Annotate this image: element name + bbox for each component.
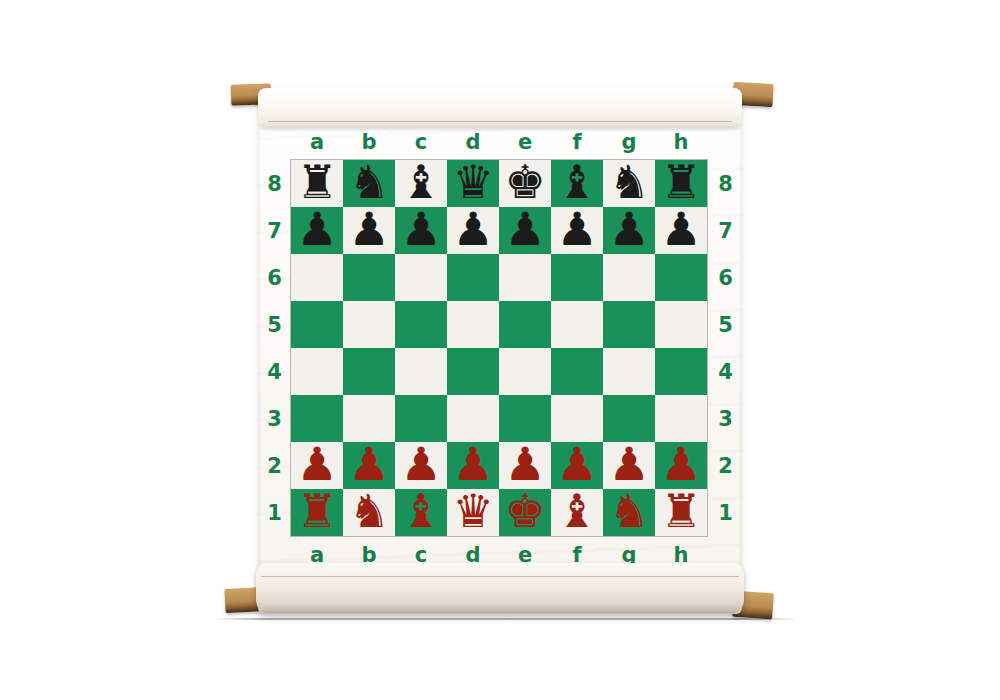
square-e1[interactable]: ♚ xyxy=(499,489,551,536)
banner-top-roll xyxy=(258,88,742,128)
square-d3[interactable] xyxy=(447,395,499,442)
square-h4[interactable] xyxy=(655,348,707,395)
rank-label-1: 1 xyxy=(712,489,739,536)
black-knight-b8[interactable]: ♞ xyxy=(348,159,389,205)
rank-label-3: 3 xyxy=(261,395,288,442)
file-label-h: h xyxy=(655,128,707,155)
file-label-g: g xyxy=(603,128,655,155)
square-d7[interactable]: ♟ xyxy=(447,207,499,254)
square-h8[interactable]: ♜ xyxy=(655,160,707,207)
rank-label-7: 7 xyxy=(712,207,739,254)
square-b8[interactable]: ♞ xyxy=(343,160,395,207)
square-g1[interactable]: ♞ xyxy=(603,489,655,536)
banner-bottom-roll xyxy=(256,563,744,613)
square-a5[interactable] xyxy=(291,301,343,348)
square-b5[interactable] xyxy=(343,301,395,348)
rank-label-6: 6 xyxy=(261,254,288,301)
square-a6[interactable] xyxy=(291,254,343,301)
square-b2[interactable]: ♟ xyxy=(343,442,395,489)
black-rook-h8[interactable]: ♜ xyxy=(660,159,701,205)
square-f7[interactable]: ♟ xyxy=(551,207,603,254)
product-photo-roll-up-demo-chess-board: abcdefgh abcdefgh 87654321 87654321 ♜♞♝♛… xyxy=(0,0,1000,700)
file-label-b: b xyxy=(343,128,395,155)
file-label-c: c xyxy=(395,128,447,155)
square-e3[interactable] xyxy=(499,395,551,442)
square-d8[interactable]: ♛ xyxy=(447,160,499,207)
square-f1[interactable]: ♝ xyxy=(551,489,603,536)
square-f4[interactable] xyxy=(551,348,603,395)
red-knight-b1[interactable]: ♞ xyxy=(348,488,389,534)
table-edge-line xyxy=(215,618,800,620)
black-pawn-d7[interactable]: ♟ xyxy=(452,206,493,252)
square-a4[interactable] xyxy=(291,348,343,395)
square-f3[interactable] xyxy=(551,395,603,442)
black-pawn-c7[interactable]: ♟ xyxy=(400,206,441,252)
rank-label-4: 4 xyxy=(712,348,739,395)
rank-label-2: 2 xyxy=(712,442,739,489)
black-pawn-e7[interactable]: ♟ xyxy=(504,206,545,252)
square-f2[interactable]: ♟ xyxy=(551,442,603,489)
file-label-f: f xyxy=(551,128,603,155)
rank-label-7: 7 xyxy=(261,207,288,254)
square-d2[interactable]: ♟ xyxy=(447,442,499,489)
black-rook-a8[interactable]: ♜ xyxy=(296,159,337,205)
rank-label-2: 2 xyxy=(261,442,288,489)
square-g4[interactable] xyxy=(603,348,655,395)
square-c7[interactable]: ♟ xyxy=(395,207,447,254)
red-knight-g1[interactable]: ♞ xyxy=(608,488,649,534)
red-pawn-h2[interactable]: ♟ xyxy=(660,441,701,487)
square-g7[interactable]: ♟ xyxy=(603,207,655,254)
red-king-e1[interactable]: ♚ xyxy=(504,488,545,534)
square-e5[interactable] xyxy=(499,301,551,348)
red-pawn-a2[interactable]: ♟ xyxy=(296,441,337,487)
square-g6[interactable] xyxy=(603,254,655,301)
square-d6[interactable] xyxy=(447,254,499,301)
black-queen-d8[interactable]: ♛ xyxy=(452,159,493,205)
file-label-a: a xyxy=(291,128,343,155)
black-king-e8[interactable]: ♚ xyxy=(504,159,545,205)
rank-label-8: 8 xyxy=(261,160,288,207)
rank-labels-left: 87654321 xyxy=(261,160,288,536)
square-g3[interactable] xyxy=(603,395,655,442)
square-h7[interactable]: ♟ xyxy=(655,207,707,254)
square-c5[interactable] xyxy=(395,301,447,348)
square-f8[interactable]: ♝ xyxy=(551,160,603,207)
square-a8[interactable]: ♜ xyxy=(291,160,343,207)
red-rook-h1[interactable]: ♜ xyxy=(660,488,701,534)
square-d5[interactable] xyxy=(447,301,499,348)
red-pawn-f2[interactable]: ♟ xyxy=(556,441,597,487)
square-a3[interactable] xyxy=(291,395,343,442)
red-rook-a1[interactable]: ♜ xyxy=(296,488,337,534)
chess-board: ♜♞♝♛♚♝♞♜♟♟♟♟♟♟♟♟♟♟♟♟♟♟♟♟♜♞♝♛♚♝♞♜ xyxy=(291,160,707,536)
square-f6[interactable] xyxy=(551,254,603,301)
square-e7[interactable]: ♟ xyxy=(499,207,551,254)
square-d4[interactable] xyxy=(447,348,499,395)
square-c1[interactable]: ♝ xyxy=(395,489,447,536)
black-bishop-f8[interactable]: ♝ xyxy=(556,159,597,205)
square-e4[interactable] xyxy=(499,348,551,395)
black-pawn-a7[interactable]: ♟ xyxy=(296,206,337,252)
file-label-e: e xyxy=(499,128,551,155)
rank-labels-right: 87654321 xyxy=(712,160,739,536)
black-knight-g8[interactable]: ♞ xyxy=(608,159,649,205)
square-c4[interactable] xyxy=(395,348,447,395)
square-b6[interactable] xyxy=(343,254,395,301)
square-c8[interactable]: ♝ xyxy=(395,160,447,207)
square-c2[interactable]: ♟ xyxy=(395,442,447,489)
square-e6[interactable] xyxy=(499,254,551,301)
black-pawn-h7[interactable]: ♟ xyxy=(660,206,701,252)
black-pawn-g7[interactable]: ♟ xyxy=(608,206,649,252)
rank-label-8: 8 xyxy=(712,160,739,207)
square-b1[interactable]: ♞ xyxy=(343,489,395,536)
square-h2[interactable]: ♟ xyxy=(655,442,707,489)
square-h1[interactable]: ♜ xyxy=(655,489,707,536)
red-pawn-e2[interactable]: ♟ xyxy=(504,441,545,487)
rank-label-1: 1 xyxy=(261,489,288,536)
red-bishop-f1[interactable]: ♝ xyxy=(556,488,597,534)
square-a1[interactable]: ♜ xyxy=(291,489,343,536)
red-queen-d1[interactable]: ♛ xyxy=(452,488,493,534)
square-h6[interactable] xyxy=(655,254,707,301)
square-b3[interactable] xyxy=(343,395,395,442)
black-pawn-f7[interactable]: ♟ xyxy=(556,206,597,252)
square-b4[interactable] xyxy=(343,348,395,395)
square-g5[interactable] xyxy=(603,301,655,348)
rank-label-5: 5 xyxy=(712,301,739,348)
red-pawn-c2[interactable]: ♟ xyxy=(400,441,441,487)
black-pawn-b7[interactable]: ♟ xyxy=(348,206,389,252)
red-bishop-c1[interactable]: ♝ xyxy=(400,488,441,534)
red-pawn-g2[interactable]: ♟ xyxy=(608,441,649,487)
file-label-d: d xyxy=(447,128,499,155)
square-a7[interactable]: ♟ xyxy=(291,207,343,254)
rank-label-5: 5 xyxy=(261,301,288,348)
rank-label-4: 4 xyxy=(261,348,288,395)
square-e8[interactable]: ♚ xyxy=(499,160,551,207)
black-bishop-c8[interactable]: ♝ xyxy=(400,159,441,205)
red-pawn-d2[interactable]: ♟ xyxy=(452,441,493,487)
square-h5[interactable] xyxy=(655,301,707,348)
square-h3[interactable] xyxy=(655,395,707,442)
rank-label-6: 6 xyxy=(712,254,739,301)
square-c6[interactable] xyxy=(395,254,447,301)
file-labels-top: abcdefgh xyxy=(291,128,707,155)
rank-label-3: 3 xyxy=(712,395,739,442)
square-g8[interactable]: ♞ xyxy=(603,160,655,207)
square-b7[interactable]: ♟ xyxy=(343,207,395,254)
square-c3[interactable] xyxy=(395,395,447,442)
square-d1[interactable]: ♛ xyxy=(447,489,499,536)
square-g2[interactable]: ♟ xyxy=(603,442,655,489)
square-a2[interactable]: ♟ xyxy=(291,442,343,489)
square-e2[interactable]: ♟ xyxy=(499,442,551,489)
red-pawn-b2[interactable]: ♟ xyxy=(348,441,389,487)
square-f5[interactable] xyxy=(551,301,603,348)
